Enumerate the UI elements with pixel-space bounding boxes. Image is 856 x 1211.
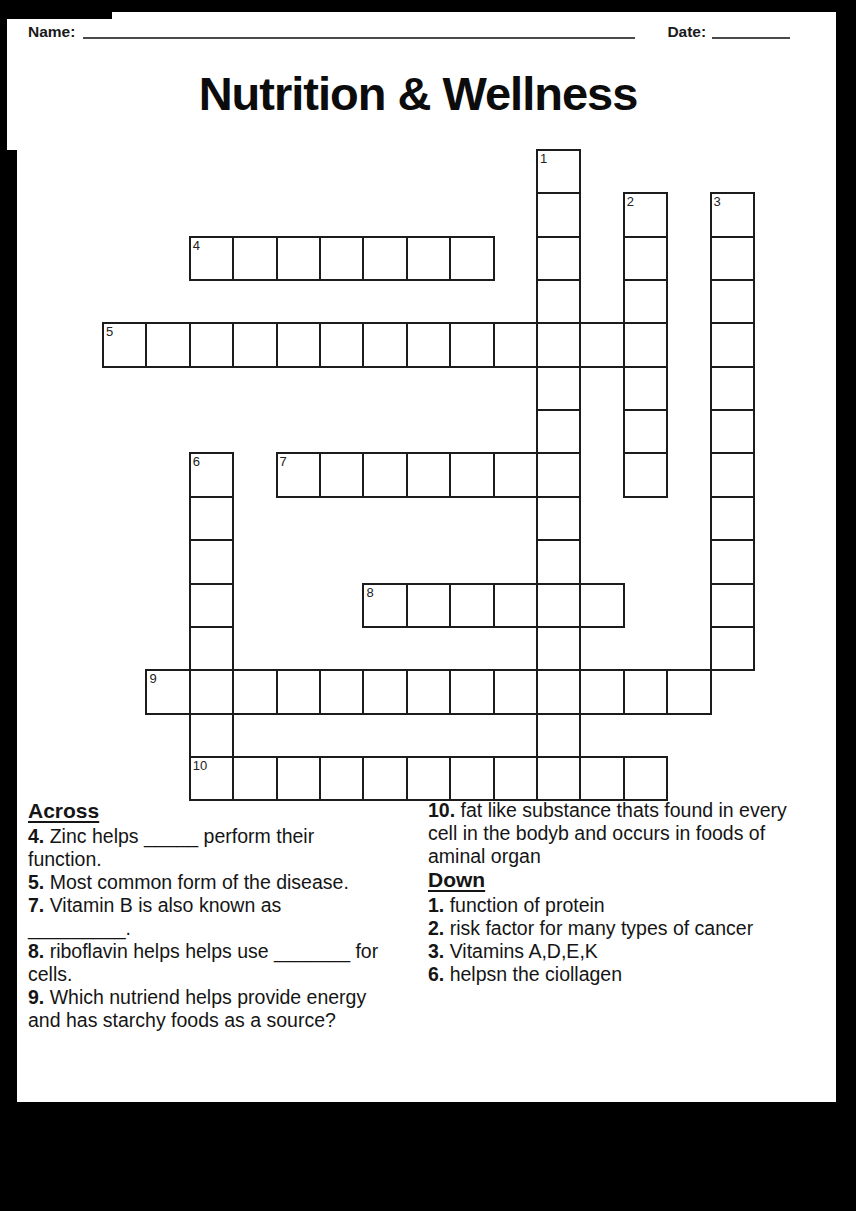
grid-cell-r12c4[interactable] [276, 669, 321, 714]
grid-cell-r10c8[interactable] [449, 583, 494, 628]
grid-cell-r7c10[interactable] [536, 452, 581, 497]
grid-cell-r4c12[interactable] [623, 322, 668, 367]
grid-cell-r2c2[interactable]: 4 [189, 236, 234, 281]
across-clues-overflow: 10. fat like substance thats found in ev… [428, 799, 800, 868]
grid-cell-r10c14[interactable] [710, 583, 755, 628]
grid-cell-r7c14[interactable] [710, 452, 755, 497]
grid-cell-r14c8[interactable] [449, 756, 494, 801]
across-clue-5: 5. Most common form of the disease. [28, 871, 380, 894]
grid-cell-r12c1[interactable]: 9 [145, 669, 190, 714]
clue-number-9: 9 [149, 672, 156, 685]
grid-cell-r7c9[interactable] [493, 452, 538, 497]
grid-cell-r4c5[interactable] [319, 322, 364, 367]
grid-cell-r10c11[interactable] [579, 583, 624, 628]
grid-cell-r12c3[interactable] [232, 669, 277, 714]
grid-cell-r9c14[interactable] [710, 539, 755, 584]
grid-cell-r6c10[interactable] [536, 409, 581, 454]
clue-number-10: 10 [193, 759, 207, 772]
grid-cell-r14c7[interactable] [406, 756, 451, 801]
grid-cell-r12c13[interactable] [666, 669, 711, 714]
clue-number-3: 3 [714, 195, 721, 208]
grid-cell-r8c14[interactable] [710, 496, 755, 541]
across-clues-list: 4. Zinc helps _____ perform their functi… [28, 825, 380, 1032]
grid-cell-r7c8[interactable] [449, 452, 494, 497]
down-heading: Down [428, 868, 800, 891]
grid-cell-r2c3[interactable] [232, 236, 277, 281]
grid-cell-r1c12[interactable]: 2 [623, 192, 668, 237]
clue-number-8: 8 [366, 586, 373, 599]
date-label: Date: [667, 24, 706, 40]
grid-cell-r9c10[interactable] [536, 539, 581, 584]
grid-cell-r0c10[interactable]: 1 [536, 149, 581, 194]
grid-cell-r12c8[interactable] [449, 669, 494, 714]
grid-cell-r4c4[interactable] [276, 322, 321, 367]
clue-number-5: 5 [106, 325, 113, 338]
grid-cell-r14c2[interactable]: 10 [189, 756, 234, 801]
grid-cell-r2c14[interactable] [710, 236, 755, 281]
clue-number-7: 7 [280, 455, 287, 468]
grid-cell-r4c3[interactable] [232, 322, 277, 367]
grid-cell-r5c10[interactable] [536, 366, 581, 411]
grid-cell-r4c14[interactable] [710, 322, 755, 367]
grid-cell-r14c5[interactable] [319, 756, 364, 801]
grid-cell-r7c4[interactable]: 7 [276, 452, 321, 497]
grid-cell-r12c7[interactable] [406, 669, 451, 714]
across-clue-7: 7. Vitamin B is also known as _________. [28, 894, 380, 940]
grid-cell-r13c2[interactable] [189, 713, 234, 758]
down-clue-1: 1. function of protein [428, 894, 800, 917]
name-label: Name: [28, 24, 75, 40]
grid-cell-r7c6[interactable] [362, 452, 407, 497]
grid-cell-r2c7[interactable] [406, 236, 451, 281]
scan-border-top [0, 0, 856, 12]
page-title: Nutrition & Wellness [0, 66, 836, 121]
date-line[interactable] [712, 20, 790, 39]
grid-cell-r6c14[interactable] [710, 409, 755, 454]
grid-cell-r14c10[interactable] [536, 756, 581, 801]
grid-cell-r10c10[interactable] [536, 583, 581, 628]
across-clue-8: 8. riboflavin helps helps use _______ fo… [28, 940, 380, 986]
across-heading: Across [28, 799, 380, 822]
clues-right-column: 10. fat like substance thats found in ev… [428, 799, 800, 986]
grid-cell-r3c14[interactable] [710, 279, 755, 324]
grid-cell-r4c10[interactable] [536, 322, 581, 367]
grid-cell-r4c7[interactable] [406, 322, 451, 367]
grid-cell-r2c4[interactable] [276, 236, 321, 281]
grid-cell-r11c10[interactable] [536, 626, 581, 671]
grid-cell-r5c12[interactable] [623, 366, 668, 411]
grid-cell-r12c2[interactable] [189, 669, 234, 714]
clue-number-2: 2 [627, 195, 634, 208]
grid-cell-r4c2[interactable] [189, 322, 234, 367]
grid-cell-r12c9[interactable] [493, 669, 538, 714]
grid-cell-r7c2[interactable]: 6 [189, 452, 234, 497]
grid-cell-r12c11[interactable] [579, 669, 624, 714]
grid-cell-r4c11[interactable] [579, 322, 624, 367]
grid-cell-r2c10[interactable] [536, 236, 581, 281]
grid-cell-r14c3[interactable] [232, 756, 277, 801]
grid-cell-r12c6[interactable] [362, 669, 407, 714]
grid-cell-r7c5[interactable] [319, 452, 364, 497]
grid-cell-r11c14[interactable] [710, 626, 755, 671]
worksheet-page: { "game": "crossword", "page": { "name_l… [0, 0, 856, 1211]
grid-cell-r2c5[interactable] [319, 236, 364, 281]
grid-cell-r1c10[interactable] [536, 192, 581, 237]
grid-cell-r2c8[interactable] [449, 236, 494, 281]
clues-left-column: Across 4. Zinc helps _____ perform their… [28, 799, 380, 1032]
grid-cell-r10c7[interactable] [406, 583, 451, 628]
grid-cell-r14c12[interactable] [623, 756, 668, 801]
grid-cell-r7c7[interactable] [406, 452, 451, 497]
header-row: Name: Date: [28, 20, 808, 39]
across-clue-4: 4. Zinc helps _____ perform their functi… [28, 825, 380, 871]
grid-cell-r5c14[interactable] [710, 366, 755, 411]
grid-cell-r4c9[interactable] [493, 322, 538, 367]
grid-cell-r3c10[interactable] [536, 279, 581, 324]
clue-number-6: 6 [193, 455, 200, 468]
clue-number-1: 1 [540, 152, 547, 165]
grid-cell-r12c10[interactable] [536, 669, 581, 714]
scan-border-bottom [0, 1102, 856, 1211]
scan-border-top-left [0, 0, 112, 19]
grid-cell-r3c12[interactable] [623, 279, 668, 324]
grid-cell-r2c12[interactable] [623, 236, 668, 281]
grid-cell-r14c9[interactable] [493, 756, 538, 801]
scan-border-right [836, 0, 856, 1211]
grid-cell-r12c5[interactable] [319, 669, 364, 714]
grid-cell-r11c2[interactable] [189, 626, 234, 671]
across-clue-9: 9. Which nutriend helps provide energy a… [28, 986, 380, 1032]
grid-cell-r14c6[interactable] [362, 756, 407, 801]
down-clue-2: 2. risk factor for many types of cancer [428, 917, 800, 940]
grid-cell-r1c14[interactable]: 3 [710, 192, 755, 237]
down-clue-3: 3. Vitamins A,D,E,K [428, 940, 800, 963]
grid-cell-r6c12[interactable] [623, 409, 668, 454]
grid-cell-r10c9[interactable] [493, 583, 538, 628]
across-clue-10: 10. fat like substance thats found in ev… [428, 799, 800, 868]
grid-cell-r10c6[interactable]: 8 [362, 583, 407, 628]
crossword-grid: 12345678910 [102, 149, 756, 802]
name-line[interactable] [83, 20, 635, 39]
grid-cell-r12c12[interactable] [623, 669, 668, 714]
grid-cell-r13c10[interactable] [536, 713, 581, 758]
grid-cell-r9c2[interactable] [189, 539, 234, 584]
down-clues-list: 1. function of protein2. risk factor for… [428, 894, 800, 986]
grid-cell-r2c6[interactable] [362, 236, 407, 281]
grid-cell-r8c2[interactable] [189, 496, 234, 541]
grid-cell-r4c8[interactable] [449, 322, 494, 367]
grid-cell-r4c6[interactable] [362, 322, 407, 367]
scan-border-left [0, 150, 17, 1110]
grid-cell-r8c10[interactable] [536, 496, 581, 541]
grid-cell-r4c1[interactable] [145, 322, 190, 367]
grid-cell-r7c12[interactable] [623, 452, 668, 497]
grid-cell-r14c11[interactable] [579, 756, 624, 801]
grid-cell-r10c2[interactable] [189, 583, 234, 628]
clue-number-4: 4 [193, 239, 200, 252]
grid-cell-r4c0[interactable]: 5 [102, 322, 147, 367]
grid-cell-r14c4[interactable] [276, 756, 321, 801]
down-clue-6: 6. helpsn the ciollagen [428, 963, 800, 986]
